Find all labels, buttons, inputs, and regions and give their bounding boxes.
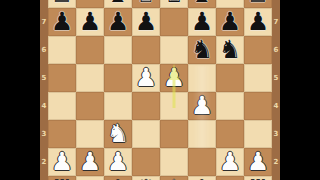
rank-label-2-left: 2 (40, 159, 48, 166)
square-g7[interactable]: ♟ (216, 8, 244, 36)
black-knight-f6[interactable]: ♞ (191, 37, 213, 62)
square-e6[interactable] (160, 36, 188, 64)
square-d5[interactable]: ♟ (132, 64, 160, 92)
white-pawn-c2[interactable]: ♟ (107, 149, 129, 174)
square-g1[interactable] (216, 176, 244, 180)
square-b1[interactable] (76, 176, 104, 180)
white-pawn-e5[interactable]: ♟ (163, 65, 185, 90)
square-e8[interactable]: ♚ (160, 0, 188, 8)
white-pawn-d5[interactable]: ♟ (135, 65, 157, 90)
square-h2[interactable]: ♟ (244, 148, 272, 176)
black-pawn-b7[interactable]: ♟ (79, 9, 101, 34)
square-c8[interactable]: ♝ (104, 0, 132, 8)
white-bishop-c1[interactable]: ♝ (107, 177, 129, 180)
square-f2[interactable] (188, 148, 216, 176)
rank-label-7-right: 7 (272, 19, 280, 26)
square-h7[interactable]: ♟ (244, 8, 272, 36)
square-a3[interactable] (48, 120, 76, 148)
black-pawn-c7[interactable]: ♟ (107, 9, 129, 34)
white-pawn-g2[interactable]: ♟ (219, 149, 241, 174)
square-b2[interactable]: ♟ (76, 148, 104, 176)
white-queen-d1[interactable]: ♛ (135, 177, 157, 180)
black-king-e8[interactable]: ♚ (163, 0, 185, 6)
square-g4[interactable] (216, 92, 244, 120)
rank-labels-right: 87654321 (272, 0, 280, 180)
rank-label-6-right: 6 (272, 47, 280, 54)
square-c2[interactable]: ♟ (104, 148, 132, 176)
black-pawn-g7[interactable]: ♟ (219, 9, 241, 34)
black-pawn-a7[interactable]: ♟ (51, 9, 73, 34)
white-rook-a1[interactable]: ♜ (51, 177, 73, 180)
square-e4[interactable] (160, 92, 188, 120)
rank-labels-left: 87654321 (40, 0, 48, 180)
square-d1[interactable]: ♛ (132, 176, 160, 180)
white-pawn-f4[interactable]: ♟ (191, 93, 213, 118)
square-f3[interactable] (188, 120, 216, 148)
square-f8[interactable]: ♝ (188, 0, 216, 8)
black-queen-d8[interactable]: ♛ (135, 0, 157, 6)
square-e3[interactable] (160, 120, 188, 148)
square-d7[interactable]: ♟ (132, 8, 160, 36)
square-g2[interactable]: ♟ (216, 148, 244, 176)
white-king-e1[interactable]: ♚ (163, 177, 185, 180)
square-h8[interactable]: ♜ (244, 0, 272, 8)
square-b3[interactable] (76, 120, 104, 148)
video-frame: 87654321 ♜♝♛♚♝♜♟♟♟♟♟♟♟♞♞♟♟♟♞♟♟♟♟♟♜♝♛♚♝♜ … (0, 0, 320, 180)
square-d6[interactable] (132, 36, 160, 64)
white-pawn-b2[interactable]: ♟ (79, 149, 101, 174)
rank-label-5-right: 5 (272, 75, 280, 82)
square-e7[interactable] (160, 8, 188, 36)
black-pawn-d7[interactable]: ♟ (135, 9, 157, 34)
square-g5[interactable] (216, 64, 244, 92)
square-g6[interactable]: ♞ (216, 36, 244, 64)
black-rook-h8[interactable]: ♜ (247, 0, 269, 6)
square-b8[interactable] (76, 0, 104, 8)
square-f6[interactable]: ♞ (188, 36, 216, 64)
square-f7[interactable]: ♟ (188, 8, 216, 36)
rank-label-4-left: 4 (40, 103, 48, 110)
black-bishop-f8[interactable]: ♝ (191, 0, 213, 6)
black-bishop-c8[interactable]: ♝ (107, 0, 129, 6)
square-a4[interactable] (48, 92, 76, 120)
white-pawn-a2[interactable]: ♟ (51, 149, 73, 174)
white-bishop-f1[interactable]: ♝ (191, 177, 213, 180)
rank-label-4-right: 4 (272, 103, 280, 110)
square-c5[interactable] (104, 64, 132, 92)
rank-label-3-right: 3 (272, 131, 280, 138)
square-c7[interactable]: ♟ (104, 8, 132, 36)
chess-board-frame: 87654321 ♜♝♛♚♝♜♟♟♟♟♟♟♟♞♞♟♟♟♞♟♟♟♟♟♜♝♛♚♝♜ … (40, 0, 280, 180)
square-h3[interactable] (244, 120, 272, 148)
square-h4[interactable] (244, 92, 272, 120)
white-knight-c3[interactable]: ♞ (107, 121, 129, 146)
square-g3[interactable] (216, 120, 244, 148)
rank-label-7-left: 7 (40, 19, 48, 26)
square-b5[interactable] (76, 64, 104, 92)
rank-label-5-left: 5 (40, 75, 48, 82)
square-f1[interactable]: ♝ (188, 176, 216, 180)
square-a8[interactable]: ♜ (48, 0, 76, 8)
black-pawn-h7[interactable]: ♟ (247, 9, 269, 34)
square-h1[interactable]: ♜ (244, 176, 272, 180)
square-d3[interactable] (132, 120, 160, 148)
square-c1[interactable]: ♝ (104, 176, 132, 180)
board: ♜♝♛♚♝♜♟♟♟♟♟♟♟♞♞♟♟♟♞♟♟♟♟♟♜♝♛♚♝♜ (48, 0, 272, 180)
square-a7[interactable]: ♟ (48, 8, 76, 36)
white-rook-h1[interactable]: ♜ (247, 177, 269, 180)
square-d4[interactable] (132, 92, 160, 120)
square-a6[interactable] (48, 36, 76, 64)
black-rook-a8[interactable]: ♜ (51, 0, 73, 6)
square-a5[interactable] (48, 64, 76, 92)
square-b4[interactable] (76, 92, 104, 120)
square-e5[interactable]: ♟ (160, 64, 188, 92)
white-pawn-h2[interactable]: ♟ (247, 149, 269, 174)
black-pawn-f7[interactable]: ♟ (191, 9, 213, 34)
square-g8[interactable] (216, 0, 244, 8)
square-b6[interactable] (76, 36, 104, 64)
square-f5[interactable] (188, 64, 216, 92)
square-f4[interactable]: ♟ (188, 92, 216, 120)
square-c3[interactable]: ♞ (104, 120, 132, 148)
square-e1[interactable]: ♚ (160, 176, 188, 180)
square-b7[interactable]: ♟ (76, 8, 104, 36)
rank-label-2-right: 2 (272, 159, 280, 166)
square-d8[interactable]: ♛ (132, 0, 160, 8)
square-a2[interactable]: ♟ (48, 148, 76, 176)
square-e2[interactable] (160, 148, 188, 176)
black-knight-g6[interactable]: ♞ (219, 37, 241, 62)
rank-label-6-left: 6 (40, 47, 48, 54)
square-h6[interactable] (244, 36, 272, 64)
square-a1[interactable]: ♜ (48, 176, 76, 180)
rank-label-3-left: 3 (40, 131, 48, 138)
square-h5[interactable] (244, 64, 272, 92)
square-c4[interactable] (104, 92, 132, 120)
square-d2[interactable] (132, 148, 160, 176)
square-c6[interactable] (104, 36, 132, 64)
